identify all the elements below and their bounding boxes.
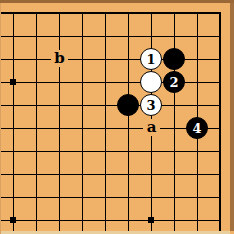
grid-line-horizontal [1,105,220,106]
point-label-b: b [51,50,68,67]
grid-line-horizontal [1,197,220,198]
star-point [10,217,16,223]
move-number: 2 [169,76,178,89]
black-stone [117,94,139,116]
board-border-right [230,3,234,231]
grid-line-horizontal [1,174,220,175]
move-number: 1 [146,53,155,66]
board-border-left [0,3,1,234]
grid-line-horizontal [1,82,220,83]
grid-line-horizontal [1,220,220,221]
grid-line-vertical [82,12,83,231]
grid-line-vertical [13,12,14,231]
board-border-top [0,0,234,3]
board-edge-line-top [1,12,220,14]
move-number: 3 [146,99,155,112]
grid-line-vertical [128,12,129,231]
black-stone: 2 [163,71,185,93]
grid-line-horizontal [1,151,220,152]
point-label-a: a [143,119,160,136]
star-point [10,79,16,85]
white-stone [140,71,162,93]
grid-line-vertical [59,12,60,231]
grid-line-vertical [174,12,175,231]
star-point [148,217,154,223]
black-stone: 4 [186,117,208,139]
grid-line-horizontal [1,59,220,60]
grid-line-vertical [36,12,37,231]
grid-line-horizontal [1,36,220,37]
black-stone [163,48,185,70]
board-edge-line-right [219,12,221,231]
move-number: 4 [192,122,201,135]
go-diagram-image: ab1234 [0,0,234,234]
white-stone: 3 [140,94,162,116]
go-board: ab1234 [0,0,234,234]
white-stone: 1 [140,48,162,70]
grid-line-vertical [105,12,106,231]
board-border-bottom [1,231,230,234]
